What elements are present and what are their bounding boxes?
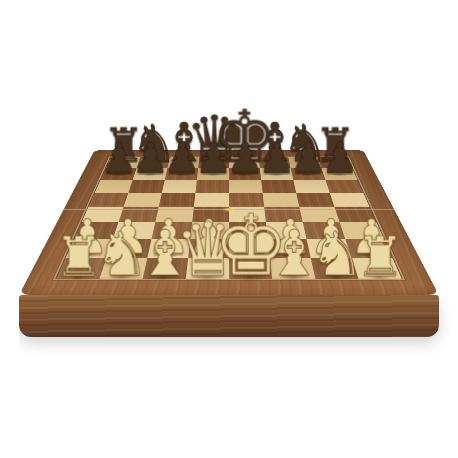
square-b2[interactable] — [106, 239, 151, 258]
square-a2[interactable] — [66, 239, 113, 258]
square-c2[interactable] — [147, 239, 190, 258]
hinge-glint — [225, 208, 234, 210]
square-g5[interactable] — [296, 193, 334, 207]
square-d7[interactable] — [197, 168, 229, 180]
square-a7[interactable] — [101, 168, 137, 180]
square-g2[interactable] — [306, 239, 351, 258]
square-a1[interactable] — [56, 258, 106, 279]
square-f5[interactable] — [263, 193, 300, 207]
square-g8[interactable] — [288, 157, 321, 168]
scene: ♜♞♝♛♚♝♞♜♟♟♟♟♟♟♟♟♟♟♟♟♟♟♟♟♜♞♝♛♚♝♞♜ — [0, 0, 458, 458]
square-a8[interactable] — [106, 157, 140, 168]
square-h5[interactable] — [330, 193, 370, 207]
square-b7[interactable] — [133, 168, 168, 180]
board-frame — [19, 150, 439, 295]
square-c3[interactable] — [152, 222, 193, 239]
square-e2[interactable] — [229, 239, 270, 258]
square-g1[interactable] — [311, 258, 359, 279]
square-f7[interactable] — [260, 168, 293, 180]
square-b3[interactable] — [113, 222, 156, 239]
square-c1[interactable] — [143, 258, 189, 279]
square-d8[interactable] — [198, 157, 229, 168]
square-d2[interactable] — [188, 239, 229, 258]
square-h1[interactable] — [352, 258, 402, 279]
square-c6[interactable] — [162, 180, 197, 193]
square-e6[interactable] — [229, 180, 263, 193]
square-b8[interactable] — [137, 157, 170, 168]
square-h8[interactable] — [318, 157, 352, 168]
square-g3[interactable] — [303, 222, 346, 239]
square-h2[interactable] — [345, 239, 392, 258]
square-h7[interactable] — [321, 168, 357, 180]
square-c7[interactable] — [165, 168, 198, 180]
square-b1[interactable] — [99, 258, 147, 279]
square-h6[interactable] — [325, 180, 363, 193]
square-f2[interactable] — [268, 239, 311, 258]
square-a6[interactable] — [95, 180, 133, 193]
board-squares — [56, 157, 401, 278]
square-e7[interactable] — [229, 168, 261, 180]
square-f3[interactable] — [266, 222, 307, 239]
square-e3[interactable] — [229, 222, 268, 239]
square-f1[interactable] — [270, 258, 316, 279]
square-e1[interactable] — [229, 258, 272, 279]
square-d5[interactable] — [194, 193, 229, 207]
square-d1[interactable] — [186, 258, 229, 279]
square-a3[interactable] — [74, 222, 118, 239]
square-c5[interactable] — [159, 193, 196, 207]
square-a5[interactable] — [89, 193, 129, 207]
square-d3[interactable] — [190, 222, 229, 239]
square-g6[interactable] — [293, 180, 329, 193]
square-f6[interactable] — [261, 180, 296, 193]
square-e5[interactable] — [229, 193, 264, 207]
square-h3[interactable] — [340, 222, 384, 239]
chess-board: ♜♞♝♛♚♝♞♜♟♟♟♟♟♟♟♟♟♟♟♟♟♟♟♟♜♞♝♛♚♝♞♜ — [19, 150, 439, 295]
square-c8[interactable] — [167, 157, 199, 168]
board-front-face — [19, 295, 439, 337]
square-g7[interactable] — [291, 168, 326, 180]
square-d6[interactable] — [195, 180, 229, 193]
square-e8[interactable] — [229, 157, 260, 168]
square-b6[interactable] — [128, 180, 164, 193]
square-b5[interactable] — [124, 193, 162, 207]
square-f8[interactable] — [259, 157, 291, 168]
